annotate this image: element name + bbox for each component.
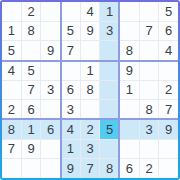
cell-r4c1[interactable]: 4	[2, 61, 21, 80]
cell-r2c8[interactable]: 7	[140, 22, 159, 41]
cell-r6c9[interactable]: 7	[159, 100, 178, 119]
cell-r3c1[interactable]: 5	[2, 41, 21, 60]
cell-r4c8[interactable]	[140, 61, 159, 80]
cell-r5c2[interactable]: 7	[22, 81, 41, 100]
cell-r8c2[interactable]: 9	[22, 140, 41, 159]
cell-r1c3[interactable]	[41, 2, 60, 21]
cell-r5c7[interactable]: 1	[120, 81, 139, 100]
cell-r9c7[interactable]: 6	[120, 159, 139, 178]
cell-r7c8[interactable]: 3	[140, 120, 159, 139]
cell-r9c3[interactable]	[41, 159, 60, 178]
cell-r9c5[interactable]: 7	[81, 159, 100, 178]
cell-r7c2[interactable]: 1	[22, 120, 41, 139]
cell-r5c1[interactable]	[2, 81, 21, 100]
cell-r9c4[interactable]: 9	[61, 159, 80, 178]
cell-r8c9[interactable]	[159, 140, 178, 159]
cell-r2c2[interactable]: 8	[22, 22, 41, 41]
cell-r8c4[interactable]: 1	[61, 140, 80, 159]
cell-r2c5[interactable]: 9	[81, 22, 100, 41]
cell-r6c2[interactable]: 6	[22, 100, 41, 119]
cell-r3c3[interactable]: 9	[41, 41, 60, 60]
cell-r2c3[interactable]	[41, 22, 60, 41]
cell-r2c6[interactable]: 3	[100, 22, 119, 41]
cell-r2c1[interactable]: 1	[2, 22, 21, 41]
cell-r1c6[interactable]: 1	[100, 2, 119, 21]
cell-r5c3[interactable]: 3	[41, 81, 60, 100]
cell-r4c6[interactable]	[100, 61, 119, 80]
cell-r8c5[interactable]: 3	[81, 140, 100, 159]
cell-r1c5[interactable]: 4	[81, 2, 100, 21]
cell-r7c3[interactable]: 6	[41, 120, 60, 139]
cell-r6c6[interactable]	[100, 100, 119, 119]
cell-r7c5[interactable]: 2	[81, 120, 100, 139]
cell-r5c6[interactable]	[100, 81, 119, 100]
cell-r4c5[interactable]: 1	[81, 61, 100, 80]
cell-r2c4[interactable]: 5	[61, 22, 80, 41]
cell-r8c8[interactable]	[140, 140, 159, 159]
cell-r7c7[interactable]	[120, 120, 139, 139]
cell-r1c8[interactable]	[140, 2, 159, 21]
cell-r4c9[interactable]	[159, 61, 178, 80]
cell-r5c9[interactable]: 2	[159, 81, 178, 100]
cell-r1c1[interactable]	[2, 2, 21, 21]
cell-r5c5[interactable]: 8	[81, 81, 100, 100]
cell-r9c1[interactable]	[2, 159, 21, 178]
cell-r7c4[interactable]: 4	[61, 120, 80, 139]
cell-r3c5[interactable]	[81, 41, 100, 60]
cell-r1c7[interactable]	[120, 2, 139, 21]
cell-r9c6[interactable]: 8	[100, 159, 119, 178]
cell-r6c3[interactable]	[41, 100, 60, 119]
cell-r8c1[interactable]: 7	[2, 140, 21, 159]
cell-r2c9[interactable]: 6	[159, 22, 178, 41]
cell-r7c6[interactable]: 5	[100, 120, 119, 139]
cell-r9c8[interactable]: 2	[140, 159, 159, 178]
cell-r3c9[interactable]: 4	[159, 41, 178, 60]
cell-r8c6[interactable]	[100, 140, 119, 159]
cell-r6c1[interactable]: 2	[2, 100, 21, 119]
sudoku-board: 2415185937659784451973681226387816425397…	[0, 0, 180, 180]
cell-r4c2[interactable]: 5	[22, 61, 41, 80]
cell-r8c7[interactable]	[120, 140, 139, 159]
cell-r1c4[interactable]	[61, 2, 80, 21]
cell-r2c7[interactable]	[120, 22, 139, 41]
cell-r4c4[interactable]	[61, 61, 80, 80]
cell-r9c9[interactable]	[159, 159, 178, 178]
cell-r1c2[interactable]: 2	[22, 2, 41, 21]
sudoku-grid: 2415185937659784451973681226387816425397…	[2, 2, 178, 178]
cell-r6c8[interactable]: 8	[140, 100, 159, 119]
cell-r6c4[interactable]: 3	[61, 100, 80, 119]
cell-r1c9[interactable]: 5	[159, 2, 178, 21]
cell-r7c1[interactable]: 8	[2, 120, 21, 139]
cell-r4c7[interactable]: 9	[120, 61, 139, 80]
cell-r3c7[interactable]: 8	[120, 41, 139, 60]
cell-r3c6[interactable]	[100, 41, 119, 60]
cell-r7c9[interactable]: 9	[159, 120, 178, 139]
cell-r5c4[interactable]: 6	[61, 81, 80, 100]
cell-r3c8[interactable]	[140, 41, 159, 60]
cell-r4c3[interactable]	[41, 61, 60, 80]
cell-r8c3[interactable]	[41, 140, 60, 159]
cell-r6c5[interactable]	[81, 100, 100, 119]
cell-r3c4[interactable]: 7	[61, 41, 80, 60]
cell-r6c7[interactable]	[120, 100, 139, 119]
cell-r9c2[interactable]	[22, 159, 41, 178]
cell-r5c8[interactable]	[140, 81, 159, 100]
cell-r3c2[interactable]	[22, 41, 41, 60]
